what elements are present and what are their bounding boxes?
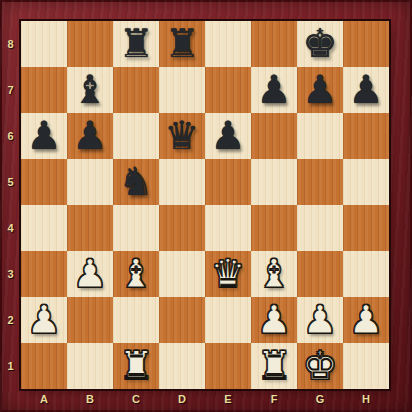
white-pawn[interactable]: ♟ xyxy=(303,297,338,343)
rank-label-3: 3 xyxy=(0,251,21,297)
file-label-h: H xyxy=(343,389,389,412)
square-h8[interactable] xyxy=(343,21,389,67)
square-f1[interactable]: ♜ xyxy=(251,343,297,389)
white-rook[interactable]: ♜ xyxy=(119,343,154,389)
rank-label-5: 5 xyxy=(0,159,21,205)
square-b3[interactable]: ♟ xyxy=(67,251,113,297)
black-pawn[interactable]: ♟ xyxy=(27,113,62,159)
chess-board-frame: ♜♜♚♝♟♟♟♟♟♛♟♞♟♝♛♝♟♟♟♟♜♜♚ 87654321 ABCDEFG… xyxy=(0,0,412,412)
square-b1[interactable] xyxy=(67,343,113,389)
square-h2[interactable]: ♟ xyxy=(343,297,389,343)
rank-label-2: 2 xyxy=(0,297,21,343)
square-c2[interactable] xyxy=(113,297,159,343)
rank-label-8: 8 xyxy=(0,21,21,67)
square-f3[interactable]: ♝ xyxy=(251,251,297,297)
square-h6[interactable] xyxy=(343,113,389,159)
black-rook[interactable]: ♜ xyxy=(119,21,154,67)
square-a7[interactable] xyxy=(21,67,67,113)
white-pawn[interactable]: ♟ xyxy=(257,297,292,343)
white-pawn[interactable]: ♟ xyxy=(349,297,384,343)
square-a3[interactable] xyxy=(21,251,67,297)
chess-board: ♜♜♚♝♟♟♟♟♟♛♟♞♟♝♛♝♟♟♟♟♜♜♚ xyxy=(21,21,389,389)
square-g2[interactable]: ♟ xyxy=(297,297,343,343)
square-h3[interactable] xyxy=(343,251,389,297)
square-e2[interactable] xyxy=(205,297,251,343)
square-d8[interactable]: ♜ xyxy=(159,21,205,67)
square-e3[interactable]: ♛ xyxy=(205,251,251,297)
square-d5[interactable] xyxy=(159,159,205,205)
rank-label-7: 7 xyxy=(0,67,21,113)
black-pawn[interactable]: ♟ xyxy=(349,67,384,113)
square-a4[interactable] xyxy=(21,205,67,251)
black-king[interactable]: ♚ xyxy=(303,21,338,67)
black-rook[interactable]: ♜ xyxy=(165,21,200,67)
square-g8[interactable]: ♚ xyxy=(297,21,343,67)
rank-label-6: 6 xyxy=(0,113,21,159)
black-pawn[interactable]: ♟ xyxy=(257,67,292,113)
square-f7[interactable]: ♟ xyxy=(251,67,297,113)
black-knight[interactable]: ♞ xyxy=(119,159,154,205)
square-g5[interactable] xyxy=(297,159,343,205)
white-bishop[interactable]: ♝ xyxy=(257,251,292,297)
file-label-c: C xyxy=(113,389,159,412)
white-pawn[interactable]: ♟ xyxy=(27,297,62,343)
white-rook[interactable]: ♜ xyxy=(257,343,292,389)
square-e6[interactable]: ♟ xyxy=(205,113,251,159)
square-g7[interactable]: ♟ xyxy=(297,67,343,113)
white-king[interactable]: ♚ xyxy=(303,343,338,389)
square-d1[interactable] xyxy=(159,343,205,389)
file-label-b: B xyxy=(67,389,113,412)
file-label-f: F xyxy=(251,389,297,412)
square-b5[interactable] xyxy=(67,159,113,205)
white-bishop[interactable]: ♝ xyxy=(119,251,154,297)
square-f8[interactable] xyxy=(251,21,297,67)
square-d6[interactable]: ♛ xyxy=(159,113,205,159)
file-label-e: E xyxy=(205,389,251,412)
black-queen[interactable]: ♛ xyxy=(165,113,200,159)
square-f5[interactable] xyxy=(251,159,297,205)
square-b8[interactable] xyxy=(67,21,113,67)
black-pawn[interactable]: ♟ xyxy=(73,113,108,159)
square-h1[interactable] xyxy=(343,343,389,389)
square-a6[interactable]: ♟ xyxy=(21,113,67,159)
square-c8[interactable]: ♜ xyxy=(113,21,159,67)
square-h4[interactable] xyxy=(343,205,389,251)
square-a5[interactable] xyxy=(21,159,67,205)
square-c3[interactable]: ♝ xyxy=(113,251,159,297)
square-g4[interactable] xyxy=(297,205,343,251)
square-a1[interactable] xyxy=(21,343,67,389)
square-e7[interactable] xyxy=(205,67,251,113)
file-label-g: G xyxy=(297,389,343,412)
square-g1[interactable]: ♚ xyxy=(297,343,343,389)
square-d3[interactable] xyxy=(159,251,205,297)
square-b4[interactable] xyxy=(67,205,113,251)
file-label-a: A xyxy=(21,389,67,412)
square-f2[interactable]: ♟ xyxy=(251,297,297,343)
square-g6[interactable] xyxy=(297,113,343,159)
square-g3[interactable] xyxy=(297,251,343,297)
square-d4[interactable] xyxy=(159,205,205,251)
square-c6[interactable] xyxy=(113,113,159,159)
square-e8[interactable] xyxy=(205,21,251,67)
white-queen[interactable]: ♛ xyxy=(211,251,246,297)
rank-label-1: 1 xyxy=(0,343,21,389)
square-a2[interactable]: ♟ xyxy=(21,297,67,343)
square-f6[interactable] xyxy=(251,113,297,159)
square-b2[interactable] xyxy=(67,297,113,343)
square-f4[interactable] xyxy=(251,205,297,251)
square-b7[interactable]: ♝ xyxy=(67,67,113,113)
square-h5[interactable] xyxy=(343,159,389,205)
square-e5[interactable] xyxy=(205,159,251,205)
square-d2[interactable] xyxy=(159,297,205,343)
square-c1[interactable]: ♜ xyxy=(113,343,159,389)
square-a8[interactable] xyxy=(21,21,67,67)
square-c4[interactable] xyxy=(113,205,159,251)
square-c7[interactable] xyxy=(113,67,159,113)
square-d7[interactable] xyxy=(159,67,205,113)
black-pawn[interactable]: ♟ xyxy=(211,113,246,159)
square-e4[interactable] xyxy=(205,205,251,251)
black-bishop[interactable]: ♝ xyxy=(73,67,108,113)
square-b6[interactable]: ♟ xyxy=(67,113,113,159)
rank-label-4: 4 xyxy=(0,205,21,251)
white-pawn[interactable]: ♟ xyxy=(73,251,108,297)
square-h7[interactable]: ♟ xyxy=(343,67,389,113)
square-c5[interactable]: ♞ xyxy=(113,159,159,205)
square-e1[interactable] xyxy=(205,343,251,389)
black-pawn[interactable]: ♟ xyxy=(303,67,338,113)
file-label-d: D xyxy=(159,389,205,412)
